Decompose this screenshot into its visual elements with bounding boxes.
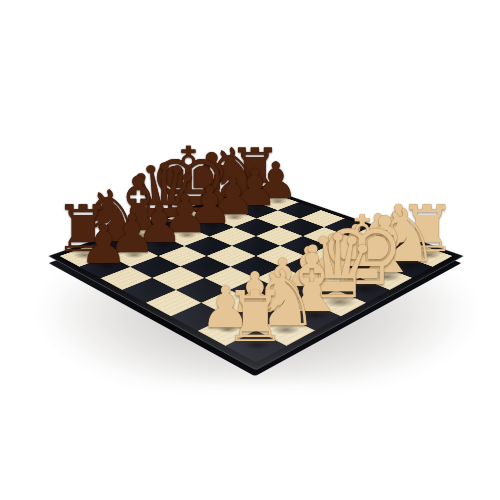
piece-black-pawn-a7: ♟ — [79, 217, 127, 271]
piece-white-rook-a1: ♜ — [224, 282, 286, 352]
chess-set-product-photo: ♜♞♝♛♚♝♞♜♟♟♟♟♟♟♟♟♟♟♟♟♟♟♟♟♜♞♝♛♚♝♞♜ — [0, 0, 500, 500]
